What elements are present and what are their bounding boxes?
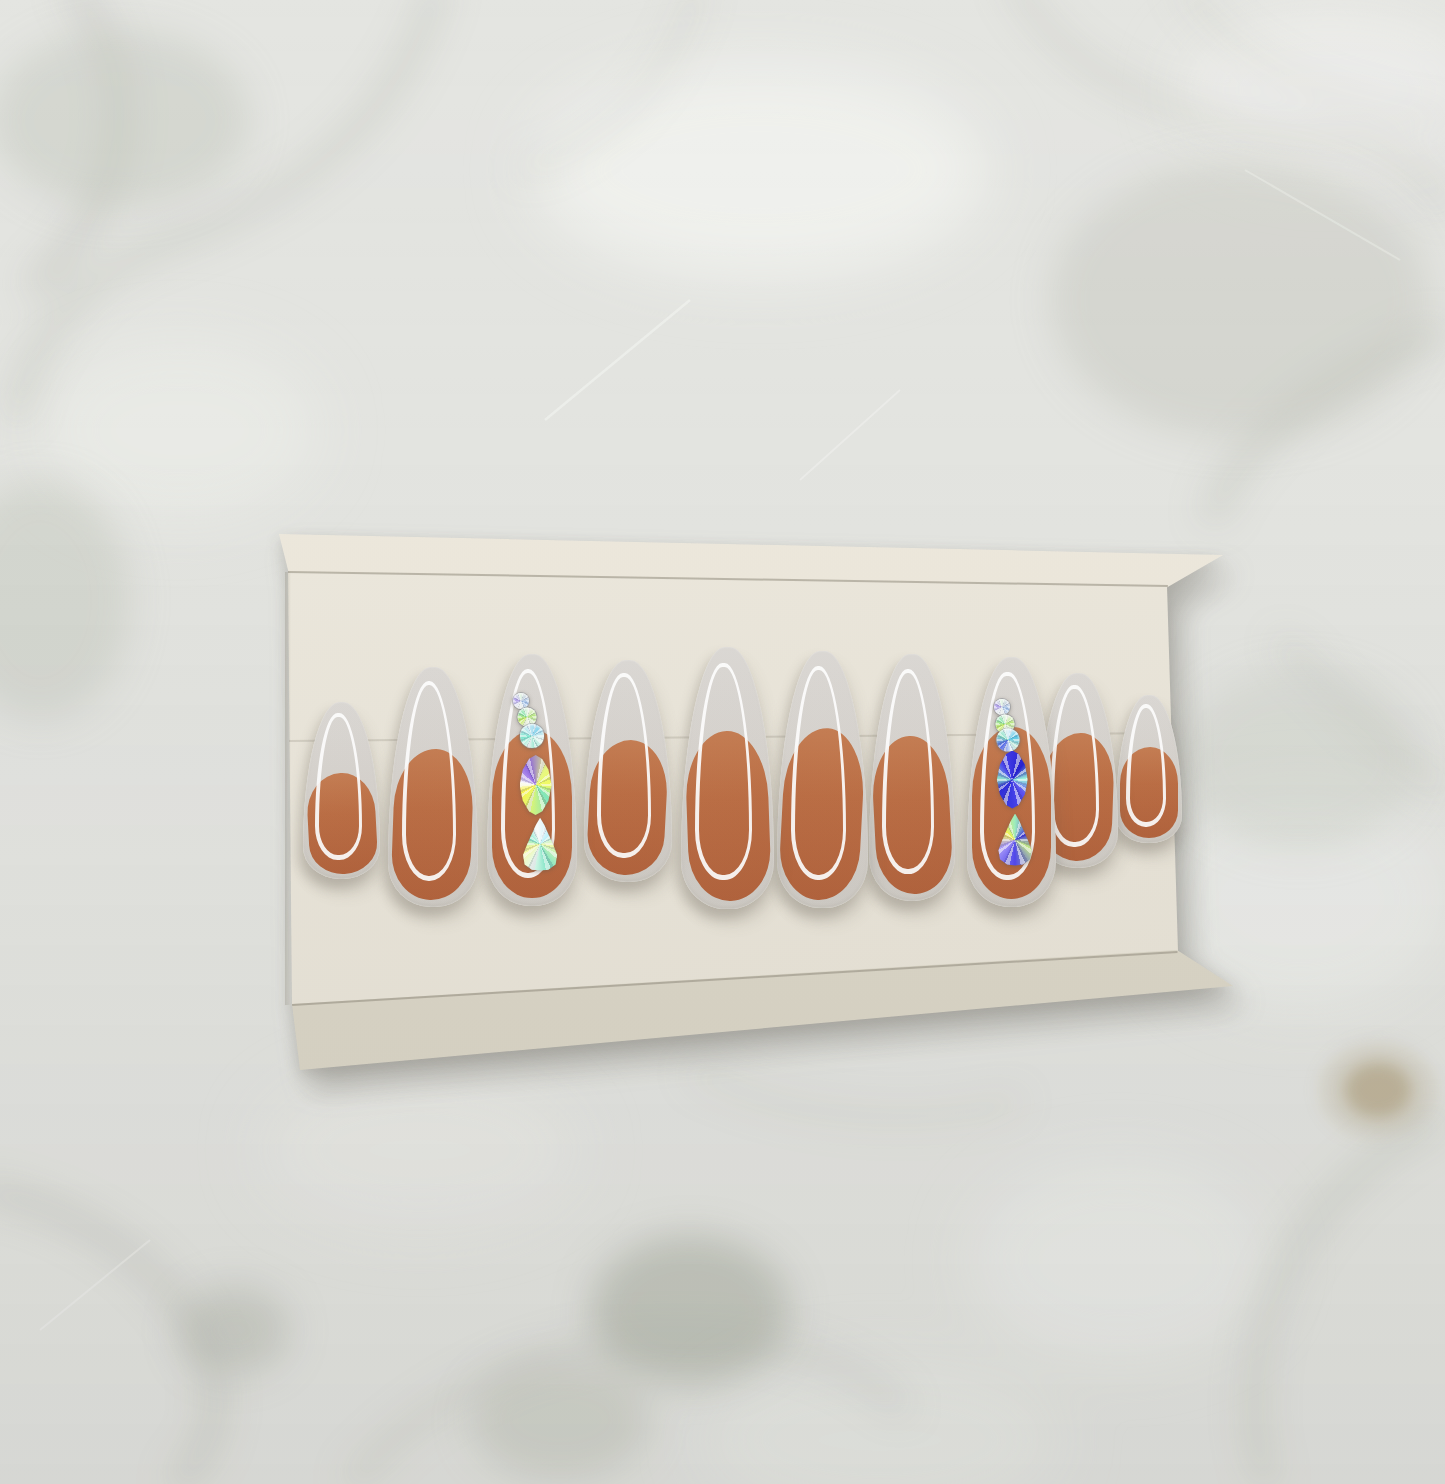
- press-on-nail-10: [1116, 695, 1182, 843]
- gem-facets: [997, 751, 1028, 809]
- rhinestone-pear: [522, 818, 559, 871]
- gloss-highlight: [882, 669, 934, 874]
- gloss-highlight: [402, 681, 457, 880]
- rhinestone-round: [513, 693, 529, 709]
- nail-row: [0, 0, 1445, 1484]
- press-on-nail-7: [869, 654, 955, 901]
- gem-facets: [520, 755, 552, 815]
- french-tip-surface: [777, 651, 868, 908]
- gem-facets: [522, 818, 559, 871]
- press-on-nail-6: [777, 651, 868, 908]
- gloss-highlight: [695, 663, 752, 880]
- french-tip-surface: [681, 647, 774, 909]
- rhinestone-round: [994, 699, 1010, 715]
- gem-facets: [994, 699, 1010, 715]
- french-tip-surface: [1116, 695, 1182, 843]
- rhinestone-marquise: [520, 755, 552, 815]
- gem-facets: [520, 724, 544, 748]
- french-tip-surface: [388, 667, 478, 907]
- press-on-nail-2: [388, 667, 478, 907]
- press-on-nail-4: [584, 660, 672, 882]
- rhinestone-round: [996, 729, 1019, 752]
- gloss-highlight: [791, 666, 847, 879]
- gloss-highlight: [1126, 704, 1166, 827]
- press-on-nail-8: [967, 657, 1056, 907]
- rhinestone-marquise: [997, 751, 1028, 809]
- press-on-nail-1: [303, 702, 380, 879]
- gloss-highlight: [315, 713, 362, 860]
- press-on-nail-3: [487, 654, 577, 906]
- french-tip-surface: [303, 702, 380, 879]
- gloss-highlight: [597, 673, 651, 857]
- gem-facets: [996, 729, 1019, 752]
- gloss-highlight: [1050, 685, 1099, 847]
- rhinestone-round: [520, 724, 544, 748]
- rhinestone-stack: [967, 657, 1056, 907]
- french-tip-surface: [584, 660, 672, 882]
- gem-facets: [513, 693, 529, 709]
- rhinestone-stack: [487, 654, 577, 906]
- french-tip-surface: [869, 654, 955, 901]
- press-on-nail-5: [681, 647, 774, 909]
- gem-facets: [997, 814, 1033, 866]
- scene: [0, 0, 1445, 1484]
- rhinestone-pear: [997, 814, 1033, 866]
